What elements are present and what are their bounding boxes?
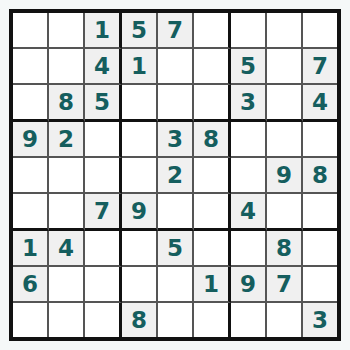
cell-r6c9-empty[interactable] (303, 194, 337, 231)
cell-r1c9-empty[interactable] (303, 13, 337, 49)
cell-r9c4-given-8[interactable]: 8 (122, 303, 158, 337)
cell-r2c6-empty[interactable] (194, 49, 231, 85)
cell-r3c6-empty[interactable] (194, 85, 231, 122)
cell-r3c9-given-4[interactable]: 4 (303, 85, 337, 122)
cell-r2c4-given-1[interactable]: 1 (122, 49, 158, 85)
cell-r2c3-given-4[interactable]: 4 (85, 49, 122, 85)
cell-r3c2-given-8[interactable]: 8 (49, 85, 85, 122)
cell-r6c4-given-9[interactable]: 9 (122, 194, 158, 231)
cell-r7c3-empty[interactable] (85, 231, 122, 267)
cell-r7c8-given-8[interactable]: 8 (267, 231, 303, 267)
cell-r1c5-given-7[interactable]: 7 (158, 13, 194, 49)
cell-r6c1-empty[interactable] (13, 194, 49, 231)
cell-r9c7-empty[interactable] (231, 303, 267, 337)
cell-r9c9-given-3[interactable]: 3 (303, 303, 337, 337)
cell-r2c1-empty[interactable] (13, 49, 49, 85)
cell-r6c2-empty[interactable] (49, 194, 85, 231)
cell-r9c5-empty[interactable] (158, 303, 194, 337)
cell-r4c3-empty[interactable] (85, 122, 122, 158)
page-background: 1574157853492382987941458619783 (0, 0, 350, 350)
cell-r4c8-empty[interactable] (267, 122, 303, 158)
cell-r4c9-empty[interactable] (303, 122, 337, 158)
cell-r5c9-given-8[interactable]: 8 (303, 158, 337, 194)
cell-r1c3-given-1[interactable]: 1 (85, 13, 122, 49)
cell-r7c4-empty[interactable] (122, 231, 158, 267)
cell-r6c7-given-4[interactable]: 4 (231, 194, 267, 231)
cell-r6c6-empty[interactable] (194, 194, 231, 231)
cell-r4c7-empty[interactable] (231, 122, 267, 158)
cell-r3c3-given-5[interactable]: 5 (85, 85, 122, 122)
cell-r1c2-empty[interactable] (49, 13, 85, 49)
cell-r4c6-given-8[interactable]: 8 (194, 122, 231, 158)
cell-r5c5-given-2[interactable]: 2 (158, 158, 194, 194)
cell-r5c2-empty[interactable] (49, 158, 85, 194)
cell-r9c3-empty[interactable] (85, 303, 122, 337)
cell-r1c8-empty[interactable] (267, 13, 303, 49)
cell-r6c3-given-7[interactable]: 7 (85, 194, 122, 231)
cell-r6c8-empty[interactable] (267, 194, 303, 231)
cell-r4c2-given-2[interactable]: 2 (49, 122, 85, 158)
cell-r3c4-empty[interactable] (122, 85, 158, 122)
cell-r8c5-empty[interactable] (158, 267, 194, 303)
cell-r1c6-empty[interactable] (194, 13, 231, 49)
cell-r1c1-empty[interactable] (13, 13, 49, 49)
cell-r9c8-empty[interactable] (267, 303, 303, 337)
cell-r8c9-empty[interactable] (303, 267, 337, 303)
cell-r7c9-empty[interactable] (303, 231, 337, 267)
sudoku-board: 1574157853492382987941458619783 (9, 9, 341, 341)
cell-r3c5-empty[interactable] (158, 85, 194, 122)
cell-r9c2-empty[interactable] (49, 303, 85, 337)
cell-r8c3-empty[interactable] (85, 267, 122, 303)
cell-r1c7-empty[interactable] (231, 13, 267, 49)
cell-r7c2-given-4[interactable]: 4 (49, 231, 85, 267)
cell-r2c9-given-7[interactable]: 7 (303, 49, 337, 85)
cell-r9c1-empty[interactable] (13, 303, 49, 337)
cell-r7c7-empty[interactable] (231, 231, 267, 267)
cell-r9c6-empty[interactable] (194, 303, 231, 337)
cell-r6c5-empty[interactable] (158, 194, 194, 231)
cell-r7c1-given-1[interactable]: 1 (13, 231, 49, 267)
cell-r3c7-given-3[interactable]: 3 (231, 85, 267, 122)
cell-r7c6-empty[interactable] (194, 231, 231, 267)
cell-r8c6-given-1[interactable]: 1 (194, 267, 231, 303)
cell-r2c2-empty[interactable] (49, 49, 85, 85)
cell-r5c1-empty[interactable] (13, 158, 49, 194)
cell-r5c4-empty[interactable] (122, 158, 158, 194)
cell-r5c3-empty[interactable] (85, 158, 122, 194)
cell-r8c8-given-7[interactable]: 7 (267, 267, 303, 303)
cell-r5c6-empty[interactable] (194, 158, 231, 194)
cell-r8c4-empty[interactable] (122, 267, 158, 303)
cell-r4c5-given-3[interactable]: 3 (158, 122, 194, 158)
cell-r8c2-empty[interactable] (49, 267, 85, 303)
cell-r2c7-given-5[interactable]: 5 (231, 49, 267, 85)
cell-r8c7-given-9[interactable]: 9 (231, 267, 267, 303)
cell-r3c8-empty[interactable] (267, 85, 303, 122)
cell-r4c1-given-9[interactable]: 9 (13, 122, 49, 158)
cell-r7c5-given-5[interactable]: 5 (158, 231, 194, 267)
cell-r8c1-given-6[interactable]: 6 (13, 267, 49, 303)
cell-r5c7-empty[interactable] (231, 158, 267, 194)
cell-r3c1-empty[interactable] (13, 85, 49, 122)
cell-r2c5-empty[interactable] (158, 49, 194, 85)
cell-r4c4-empty[interactable] (122, 122, 158, 158)
cell-r2c8-empty[interactable] (267, 49, 303, 85)
cell-r1c4-given-5[interactable]: 5 (122, 13, 158, 49)
cell-r5c8-given-9[interactable]: 9 (267, 158, 303, 194)
